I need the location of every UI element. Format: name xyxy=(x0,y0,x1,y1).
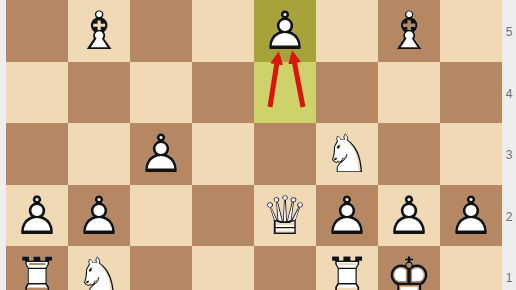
white-queen-e2[interactable]: ♕ xyxy=(254,185,316,247)
square-e1[interactable] xyxy=(254,246,316,290)
square-f2[interactable]: ♟♙ xyxy=(316,185,378,247)
white-pawn-fill: ♟ xyxy=(378,185,440,247)
square-d4[interactable] xyxy=(192,62,254,124)
white-rook-f1[interactable]: ♖ xyxy=(316,246,378,290)
square-c4[interactable] xyxy=(130,62,192,124)
square-c5[interactable] xyxy=(130,0,192,62)
square-h5[interactable] xyxy=(440,0,502,62)
square-g4[interactable] xyxy=(378,62,440,124)
square-a5[interactable] xyxy=(6,0,68,62)
white-bishop-fill: ♝ xyxy=(68,0,130,62)
square-c1[interactable] xyxy=(130,246,192,290)
square-d3[interactable] xyxy=(192,123,254,185)
white-rook-fill: ♜ xyxy=(6,246,68,290)
white-pawn-fill: ♟ xyxy=(316,185,378,247)
white-pawn-h2[interactable]: ♙ xyxy=(440,185,502,247)
square-g1[interactable]: ♚♔ xyxy=(378,246,440,290)
square-d1[interactable] xyxy=(192,246,254,290)
square-b1[interactable]: ♞♘ xyxy=(68,246,130,290)
white-pawn-a2[interactable]: ♙ xyxy=(6,185,68,247)
square-h4[interactable] xyxy=(440,62,502,124)
white-pawn-e5[interactable]: ♙ xyxy=(254,0,316,62)
square-b2[interactable]: ♟♙ xyxy=(68,185,130,247)
square-e5[interactable]: ♟♙ xyxy=(254,0,316,62)
square-h1[interactable] xyxy=(440,246,502,290)
square-e2[interactable]: ♛♕ xyxy=(254,185,316,247)
square-a1[interactable]: ♜♖ xyxy=(6,246,68,290)
white-bishop-fill: ♝ xyxy=(378,0,440,62)
white-rook-a1[interactable]: ♖ xyxy=(6,246,68,290)
square-f1[interactable]: ♜♖ xyxy=(316,246,378,290)
rank-label-1: 1 xyxy=(502,272,516,284)
square-f5[interactable] xyxy=(316,0,378,62)
square-b3[interactable] xyxy=(68,123,130,185)
chessboard-screenshot: ♝♗♟♙♝♗♟♙♞♘♟♙♟♙♛♕♟♙♟♙♟♙♜♖♞♘♜♖♚♔ 5 4 3 2 1 xyxy=(0,0,516,290)
square-e4[interactable] xyxy=(254,62,316,124)
square-d2[interactable] xyxy=(192,185,254,247)
white-queen-fill: ♛ xyxy=(254,185,316,247)
white-knight-fill: ♞ xyxy=(316,123,378,185)
rank-coordinate-gutter: 5 4 3 2 1 xyxy=(502,0,516,290)
white-pawn-b2[interactable]: ♙ xyxy=(68,185,130,247)
white-pawn-f2[interactable]: ♙ xyxy=(316,185,378,247)
white-knight-fill: ♞ xyxy=(68,246,130,290)
square-d5[interactable] xyxy=(192,0,254,62)
square-a3[interactable] xyxy=(6,123,68,185)
square-h3[interactable] xyxy=(440,123,502,185)
square-h2[interactable]: ♟♙ xyxy=(440,185,502,247)
square-c2[interactable] xyxy=(130,185,192,247)
white-king-g1[interactable]: ♔ xyxy=(378,246,440,290)
square-g3[interactable] xyxy=(378,123,440,185)
rank-label-3: 3 xyxy=(502,149,516,161)
white-pawn-g2[interactable]: ♙ xyxy=(378,185,440,247)
white-bishop-g5[interactable]: ♗ xyxy=(378,0,440,62)
rank-label-5: 5 xyxy=(502,26,516,38)
square-c3[interactable]: ♟♙ xyxy=(130,123,192,185)
square-a2[interactable]: ♟♙ xyxy=(6,185,68,247)
square-f3[interactable]: ♞♘ xyxy=(316,123,378,185)
square-g2[interactable]: ♟♙ xyxy=(378,185,440,247)
square-e3[interactable] xyxy=(254,123,316,185)
white-pawn-fill: ♟ xyxy=(6,185,68,247)
white-pawn-fill: ♟ xyxy=(68,185,130,247)
rank-label-4: 4 xyxy=(502,88,516,100)
rank-label-2: 2 xyxy=(502,211,516,223)
white-pawn-fill: ♟ xyxy=(440,185,502,247)
square-b4[interactable] xyxy=(68,62,130,124)
left-gutter xyxy=(0,0,6,290)
square-g5[interactable]: ♝♗ xyxy=(378,0,440,62)
white-rook-fill: ♜ xyxy=(316,246,378,290)
white-pawn-c3[interactable]: ♙ xyxy=(130,123,192,185)
white-king-fill: ♚ xyxy=(378,246,440,290)
white-bishop-b5[interactable]: ♗ xyxy=(68,0,130,62)
white-pawn-fill: ♟ xyxy=(254,0,316,62)
square-b5[interactable]: ♝♗ xyxy=(68,0,130,62)
chess-board[interactable]: ♝♗♟♙♝♗♟♙♞♘♟♙♟♙♛♕♟♙♟♙♟♙♜♖♞♘♜♖♚♔ xyxy=(6,0,502,290)
white-pawn-fill: ♟ xyxy=(130,123,192,185)
white-knight-b1[interactable]: ♘ xyxy=(68,246,130,290)
square-f4[interactable] xyxy=(316,62,378,124)
white-knight-f3[interactable]: ♘ xyxy=(316,123,378,185)
square-a4[interactable] xyxy=(6,62,68,124)
